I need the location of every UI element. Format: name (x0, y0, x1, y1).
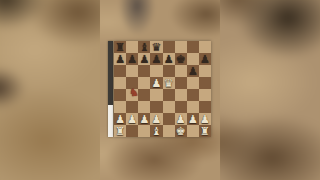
piece-black-pawn[interactable]: ♟ (152, 53, 162, 64)
square-g8[interactable] (187, 41, 199, 53)
piece-white-bishop[interactable]: ♝ (152, 125, 162, 136)
square-g5[interactable] (187, 77, 199, 89)
square-f5[interactable] (175, 77, 187, 89)
square-c6[interactable] (138, 65, 150, 77)
piece-white-queen[interactable]: ♛ (164, 77, 174, 88)
square-b2[interactable]: ♟ (126, 113, 138, 125)
square-d7[interactable]: ♟ (150, 53, 162, 65)
piece-white-pawn[interactable]: ♟ (188, 113, 198, 124)
square-c7[interactable]: ♟ (138, 53, 150, 65)
square-a1[interactable]: ♜ (114, 125, 126, 137)
square-g6[interactable]: ♟ (187, 65, 199, 77)
piece-black-rook[interactable]: ♜ (115, 41, 125, 52)
piece-black-pawn[interactable]: ♟ (188, 65, 198, 76)
piece-white-pawn[interactable]: ♟ (115, 113, 125, 124)
evaluation-bar-black-section (108, 41, 113, 105)
piece-white-pawn[interactable]: ♟ (152, 77, 162, 88)
piece-black-pawn[interactable]: ♟ (164, 53, 174, 64)
blurred-background-right (220, 0, 320, 180)
square-c1[interactable] (138, 125, 150, 137)
piece-white-rook[interactable]: ♜ (115, 125, 125, 136)
square-e2[interactable] (163, 113, 175, 125)
evaluation-bar (108, 41, 113, 137)
square-h6[interactable] (199, 65, 211, 77)
square-c2[interactable]: ♟ (138, 113, 150, 125)
chess-board: ♜♝♛♟♟♟♟♟♚♟♟♟♛♞♟♟♟♟♟♟♟♜♝♚♜ (114, 41, 211, 137)
square-g1[interactable] (187, 125, 199, 137)
piece-black-king[interactable]: ♚ (176, 53, 186, 64)
piece-black-pawn[interactable]: ♟ (127, 53, 137, 64)
piece-black-bishop[interactable]: ♝ (139, 41, 149, 52)
background-blob-texture (220, 0, 320, 180)
video-content-column: ♜♝♛♟♟♟♟♟♚♟♟♟♛♞♟♟♟♟♟♟♟♜♝♚♜ (100, 0, 220, 180)
square-e7[interactable]: ♟ (163, 53, 175, 65)
square-h5[interactable] (199, 77, 211, 89)
piece-white-pawn[interactable]: ♟ (200, 113, 210, 124)
square-h7[interactable]: ♟ (199, 53, 211, 65)
background-blob-texture (0, 0, 100, 180)
square-b1[interactable] (126, 125, 138, 137)
square-f6[interactable] (175, 65, 187, 77)
square-d1[interactable]: ♝ (150, 125, 162, 137)
square-h1[interactable]: ♜ (199, 125, 211, 137)
square-g4[interactable] (187, 89, 199, 101)
square-b4[interactable]: ♞ (126, 89, 138, 101)
piece-white-pawn[interactable]: ♟ (152, 113, 162, 124)
square-a7[interactable]: ♟ (114, 53, 126, 65)
piece-white-king[interactable]: ♚ (176, 125, 186, 136)
piece-white-pawn[interactable]: ♟ (127, 113, 137, 124)
evaluation-bar-white-section (108, 105, 113, 137)
piece-black-pawn[interactable]: ♟ (139, 53, 149, 64)
video-frame: ♜♝♛♟♟♟♟♟♚♟♟♟♛♞♟♟♟♟♟♟♟♜♝♚♜ (0, 0, 320, 180)
square-g2[interactable]: ♟ (187, 113, 199, 125)
square-a4[interactable] (114, 89, 126, 101)
square-a5[interactable] (114, 77, 126, 89)
piece-white-pawn[interactable]: ♟ (176, 113, 186, 124)
square-e1[interactable] (163, 125, 175, 137)
square-b7[interactable]: ♟ (126, 53, 138, 65)
square-c4[interactable] (138, 89, 150, 101)
square-e4[interactable] (163, 89, 175, 101)
square-a6[interactable] (114, 65, 126, 77)
piece-white-rook[interactable]: ♜ (200, 125, 210, 136)
square-h4[interactable] (199, 89, 211, 101)
square-f4[interactable] (175, 89, 187, 101)
square-d5[interactable]: ♟ (150, 77, 162, 89)
piece-black-queen[interactable]: ♛ (152, 41, 162, 52)
square-e3[interactable] (163, 101, 175, 113)
square-d4[interactable] (150, 89, 162, 101)
square-f1[interactable]: ♚ (175, 125, 187, 137)
piece-white-pawn[interactable]: ♟ (139, 113, 149, 124)
square-f7[interactable]: ♚ (175, 53, 187, 65)
square-b6[interactable] (126, 65, 138, 77)
square-c5[interactable] (138, 77, 150, 89)
piece-black-pawn[interactable]: ♟ (115, 53, 125, 64)
square-e5[interactable]: ♛ (163, 77, 175, 89)
piece-black-pawn[interactable]: ♟ (200, 53, 210, 64)
blurred-background-left (0, 0, 100, 180)
